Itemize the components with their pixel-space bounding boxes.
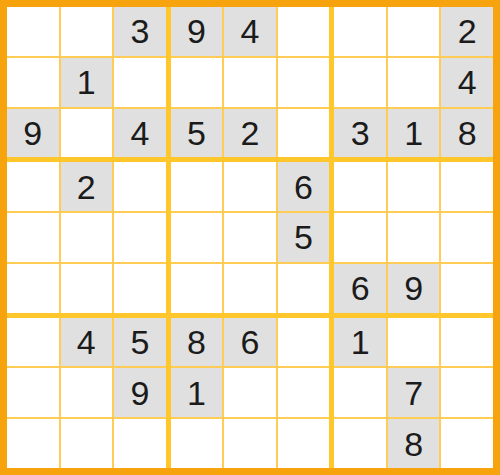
cell-r7c2: 4 <box>61 318 113 367</box>
cell-r7c7: 1 <box>334 318 386 367</box>
cell-r6c6[interactable] <box>278 264 330 313</box>
cell-r4c4[interactable] <box>171 162 223 211</box>
cell-r2c9: 4 <box>441 58 493 107</box>
cell-r3c8: 1 <box>388 109 440 158</box>
cell-r1c4: 9 <box>171 7 223 56</box>
cell-r5c8[interactable] <box>388 213 440 262</box>
cell-r6c8: 9 <box>388 264 440 313</box>
cell-r7c1[interactable] <box>7 318 59 367</box>
cell-r7c6[interactable] <box>278 318 330 367</box>
cell-r5c2[interactable] <box>61 213 113 262</box>
cell-r9c3[interactable] <box>114 419 166 468</box>
cell-r7c8[interactable] <box>388 318 440 367</box>
cell-r4c9[interactable] <box>441 162 493 211</box>
cell-r3c5: 2 <box>224 109 276 158</box>
cell-r5c6: 5 <box>278 213 330 262</box>
cell-r1c3: 3 <box>114 7 166 56</box>
cell-r1c9: 2 <box>441 7 493 56</box>
cell-r2c4[interactable] <box>171 58 223 107</box>
cell-r8c7[interactable] <box>334 368 386 417</box>
cell-r5c9[interactable] <box>441 213 493 262</box>
cell-r2c7[interactable] <box>334 58 386 107</box>
cell-r7c9[interactable] <box>441 318 493 367</box>
cell-r8c6[interactable] <box>278 368 330 417</box>
box-r1c3: 24318 <box>334 7 493 157</box>
cell-r8c9[interactable] <box>441 368 493 417</box>
cell-r9c2[interactable] <box>61 419 113 468</box>
box-r3c2: 861 <box>171 318 330 468</box>
cell-r2c6[interactable] <box>278 58 330 107</box>
cell-r8c2[interactable] <box>61 368 113 417</box>
cell-r3c2[interactable] <box>61 109 113 158</box>
cell-r4c3[interactable] <box>114 162 166 211</box>
box-r3c1: 459 <box>7 318 166 468</box>
cell-r9c5[interactable] <box>224 419 276 468</box>
cell-r3c7: 3 <box>334 109 386 158</box>
cell-r1c1[interactable] <box>7 7 59 56</box>
cell-r1c2[interactable] <box>61 7 113 56</box>
cell-r3c6[interactable] <box>278 109 330 158</box>
cell-r7c4: 8 <box>171 318 223 367</box>
cell-r8c5[interactable] <box>224 368 276 417</box>
cell-r4c8[interactable] <box>388 162 440 211</box>
cell-r4c2: 2 <box>61 162 113 211</box>
cell-r2c8[interactable] <box>388 58 440 107</box>
cell-r4c1[interactable] <box>7 162 59 211</box>
cell-r8c4: 1 <box>171 368 223 417</box>
box-r2c2: 65 <box>171 162 330 312</box>
cell-r4c5[interactable] <box>224 162 276 211</box>
cell-r2c1[interactable] <box>7 58 59 107</box>
cell-r8c3: 9 <box>114 368 166 417</box>
cell-r7c5: 6 <box>224 318 276 367</box>
cell-r7c3: 5 <box>114 318 166 367</box>
box-r1c1: 3194 <box>7 7 166 157</box>
cell-r6c4[interactable] <box>171 264 223 313</box>
cell-r6c7: 6 <box>334 264 386 313</box>
cell-r5c3[interactable] <box>114 213 166 262</box>
cell-r6c2[interactable] <box>61 264 113 313</box>
cell-r6c3[interactable] <box>114 264 166 313</box>
cell-r5c7[interactable] <box>334 213 386 262</box>
cell-r2c5[interactable] <box>224 58 276 107</box>
cell-r3c4: 5 <box>171 109 223 158</box>
cell-r6c5[interactable] <box>224 264 276 313</box>
cell-r9c1[interactable] <box>7 419 59 468</box>
cell-r5c1[interactable] <box>7 213 59 262</box>
cell-r5c5[interactable] <box>224 213 276 262</box>
cell-r3c3: 4 <box>114 109 166 158</box>
cell-r9c9[interactable] <box>441 419 493 468</box>
cell-r1c7[interactable] <box>334 7 386 56</box>
cell-r9c7[interactable] <box>334 419 386 468</box>
cell-r9c6[interactable] <box>278 419 330 468</box>
box-r2c3: 69 <box>334 162 493 312</box>
cell-r5c4[interactable] <box>171 213 223 262</box>
sudoku-board: 319494522431826569459861178 <box>0 0 500 475</box>
cell-r3c9: 8 <box>441 109 493 158</box>
cell-r1c6[interactable] <box>278 7 330 56</box>
cell-r8c8: 7 <box>388 368 440 417</box>
cell-r4c7[interactable] <box>334 162 386 211</box>
cell-r6c9[interactable] <box>441 264 493 313</box>
box-r1c2: 9452 <box>171 7 330 157</box>
cell-r9c8: 8 <box>388 419 440 468</box>
box-r3c3: 178 <box>334 318 493 468</box>
cell-r2c3[interactable] <box>114 58 166 107</box>
cell-r6c1[interactable] <box>7 264 59 313</box>
cell-r1c8[interactable] <box>388 7 440 56</box>
cell-r4c6: 6 <box>278 162 330 211</box>
cell-r8c1[interactable] <box>7 368 59 417</box>
cell-r9c4[interactable] <box>171 419 223 468</box>
cell-r1c5: 4 <box>224 7 276 56</box>
box-r2c1: 2 <box>7 162 166 312</box>
cell-r3c1: 9 <box>7 109 59 158</box>
cell-r2c2: 1 <box>61 58 113 107</box>
